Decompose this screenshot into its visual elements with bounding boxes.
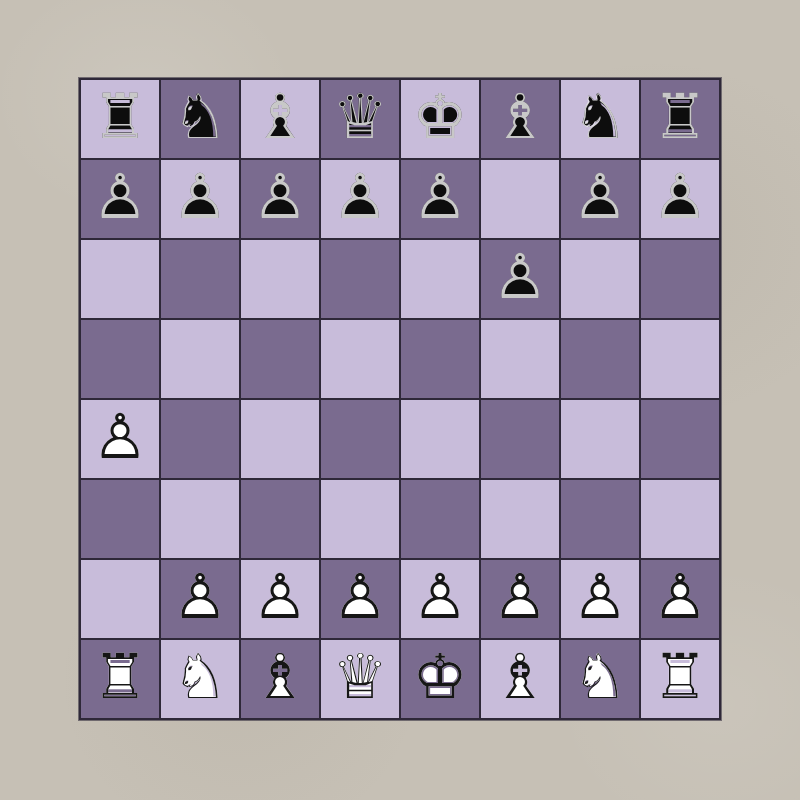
square-c4[interactable]	[241, 400, 319, 478]
square-c5[interactable]	[241, 320, 319, 398]
white-pawn[interactable]: ♟♙	[403, 562, 477, 636]
square-a6[interactable]	[81, 240, 159, 318]
square-b7[interactable]: ♟♙	[161, 160, 239, 238]
square-h7[interactable]: ♟♙	[641, 160, 719, 238]
square-c3[interactable]	[241, 480, 319, 558]
square-b3[interactable]	[161, 480, 239, 558]
square-a5[interactable]	[81, 320, 159, 398]
black-rook-outline: ♖	[643, 82, 717, 156]
black-pawn[interactable]: ♟♙	[483, 242, 557, 316]
square-d4[interactable]	[321, 400, 399, 478]
square-g3[interactable]	[561, 480, 639, 558]
square-f5[interactable]	[481, 320, 559, 398]
square-b1[interactable]: ♞♘	[161, 640, 239, 718]
black-pawn[interactable]: ♟♙	[83, 162, 157, 236]
square-d2[interactable]: ♟♙	[321, 560, 399, 638]
square-b4[interactable]	[161, 400, 239, 478]
black-pawn[interactable]: ♟♙	[563, 162, 637, 236]
black-pawn-outline: ♙	[243, 162, 317, 236]
square-c1[interactable]: ♝♗	[241, 640, 319, 718]
square-h2[interactable]: ♟♙	[641, 560, 719, 638]
black-queen-outline: ♕	[323, 82, 397, 156]
square-d6[interactable]	[321, 240, 399, 318]
square-a7[interactable]: ♟♙	[81, 160, 159, 238]
white-rook-outline: ♖	[643, 642, 717, 716]
black-pawn-outline: ♙	[403, 162, 477, 236]
black-pawn-outline: ♙	[483, 242, 557, 316]
square-f1[interactable]: ♝♗	[481, 640, 559, 718]
white-bishop[interactable]: ♝♗	[483, 642, 557, 716]
black-pawn-outline: ♙	[83, 162, 157, 236]
black-rook-outline: ♖	[83, 82, 157, 156]
square-e3[interactable]	[401, 480, 479, 558]
square-e2[interactable]: ♟♙	[401, 560, 479, 638]
square-h4[interactable]	[641, 400, 719, 478]
square-c8[interactable]: ♝♗	[241, 80, 319, 158]
square-e4[interactable]	[401, 400, 479, 478]
black-queen[interactable]: ♛♕	[323, 82, 397, 156]
black-bishop[interactable]: ♝♗	[483, 82, 557, 156]
white-pawn-outline: ♙	[243, 562, 317, 636]
black-knight-outline: ♘	[163, 82, 237, 156]
white-pawn-outline: ♙	[403, 562, 477, 636]
black-pawn-outline: ♙	[643, 162, 717, 236]
black-rook[interactable]: ♜♖	[643, 82, 717, 156]
square-f7[interactable]	[481, 160, 559, 238]
square-g7[interactable]: ♟♙	[561, 160, 639, 238]
white-rook[interactable]: ♜♖	[83, 642, 157, 716]
square-g5[interactable]	[561, 320, 639, 398]
black-pawn-outline: ♙	[323, 162, 397, 236]
white-pawn-outline: ♙	[563, 562, 637, 636]
white-queen[interactable]: ♛♕	[323, 642, 397, 716]
square-a1[interactable]: ♜♖	[81, 640, 159, 718]
white-pawn[interactable]: ♟♙	[243, 562, 317, 636]
square-h6[interactable]	[641, 240, 719, 318]
black-king[interactable]: ♚♔	[403, 82, 477, 156]
square-g2[interactable]: ♟♙	[561, 560, 639, 638]
white-pawn[interactable]: ♟♙	[323, 562, 397, 636]
square-b5[interactable]	[161, 320, 239, 398]
square-h3[interactable]	[641, 480, 719, 558]
square-b2[interactable]: ♟♙	[161, 560, 239, 638]
black-bishop-outline: ♗	[243, 82, 317, 156]
black-pawn[interactable]: ♟♙	[403, 162, 477, 236]
white-pawn-outline: ♙	[323, 562, 397, 636]
white-king-outline: ♔	[403, 642, 477, 716]
square-d8[interactable]: ♛♕	[321, 80, 399, 158]
square-f4[interactable]	[481, 400, 559, 478]
white-pawn[interactable]: ♟♙	[83, 402, 157, 476]
square-a3[interactable]	[81, 480, 159, 558]
black-pawn[interactable]: ♟♙	[643, 162, 717, 236]
square-e6[interactable]	[401, 240, 479, 318]
square-h1[interactable]: ♜♖	[641, 640, 719, 718]
black-pawn[interactable]: ♟♙	[163, 162, 237, 236]
square-h8[interactable]: ♜♖	[641, 80, 719, 158]
square-e5[interactable]	[401, 320, 479, 398]
black-pawn-outline: ♙	[563, 162, 637, 236]
white-pawn[interactable]: ♟♙	[563, 562, 637, 636]
square-a4[interactable]: ♟♙	[81, 400, 159, 478]
white-pawn-outline: ♙	[83, 402, 157, 476]
white-pawn-outline: ♙	[483, 562, 557, 636]
square-g8[interactable]: ♞♘	[561, 80, 639, 158]
square-g1[interactable]: ♞♘	[561, 640, 639, 718]
white-knight-outline: ♘	[563, 642, 637, 716]
black-rook[interactable]: ♜♖	[83, 82, 157, 156]
square-f8[interactable]: ♝♗	[481, 80, 559, 158]
white-pawn-outline: ♙	[163, 562, 237, 636]
square-d7[interactable]: ♟♙	[321, 160, 399, 238]
square-c7[interactable]: ♟♙	[241, 160, 319, 238]
white-bishop[interactable]: ♝♗	[243, 642, 317, 716]
black-king-outline: ♔	[403, 82, 477, 156]
square-d5[interactable]	[321, 320, 399, 398]
square-h5[interactable]	[641, 320, 719, 398]
black-knight[interactable]: ♞♘	[563, 82, 637, 156]
square-e1[interactable]: ♚♔	[401, 640, 479, 718]
square-e8[interactable]: ♚♔	[401, 80, 479, 158]
white-rook[interactable]: ♜♖	[643, 642, 717, 716]
black-knight[interactable]: ♞♘	[163, 82, 237, 156]
white-pawn-outline: ♙	[643, 562, 717, 636]
square-d3[interactable]	[321, 480, 399, 558]
white-pawn[interactable]: ♟♙	[163, 562, 237, 636]
square-a8[interactable]: ♜♖	[81, 80, 159, 158]
black-pawn[interactable]: ♟♙	[243, 162, 317, 236]
square-d1[interactable]: ♛♕	[321, 640, 399, 718]
square-g6[interactable]	[561, 240, 639, 318]
square-f3[interactable]	[481, 480, 559, 558]
square-a2[interactable]	[81, 560, 159, 638]
black-bishop[interactable]: ♝♗	[243, 82, 317, 156]
white-king[interactable]: ♚♔	[403, 642, 477, 716]
white-pawn[interactable]: ♟♙	[483, 562, 557, 636]
square-f2[interactable]: ♟♙	[481, 560, 559, 638]
black-pawn[interactable]: ♟♙	[323, 162, 397, 236]
square-e7[interactable]: ♟♙	[401, 160, 479, 238]
white-knight-outline: ♘	[163, 642, 237, 716]
white-pawn[interactable]: ♟♙	[643, 562, 717, 636]
white-rook-outline: ♖	[83, 642, 157, 716]
black-pawn-outline: ♙	[163, 162, 237, 236]
chess-board: ♜♖♞♘♝♗♛♕♚♔♝♗♞♘♜♖♟♙♟♙♟♙♟♙♟♙♟♙♟♙♟♙♟♙♟♙♟♙♟♙…	[79, 78, 721, 720]
square-b6[interactable]	[161, 240, 239, 318]
white-knight[interactable]: ♞♘	[563, 642, 637, 716]
black-bishop-outline: ♗	[483, 82, 557, 156]
white-bishop-outline: ♗	[483, 642, 557, 716]
white-queen-outline: ♕	[323, 642, 397, 716]
white-bishop-outline: ♗	[243, 642, 317, 716]
square-f6[interactable]: ♟♙	[481, 240, 559, 318]
square-b8[interactable]: ♞♘	[161, 80, 239, 158]
square-c2[interactable]: ♟♙	[241, 560, 319, 638]
square-c6[interactable]	[241, 240, 319, 318]
black-knight-outline: ♘	[563, 82, 637, 156]
square-g4[interactable]	[561, 400, 639, 478]
white-knight[interactable]: ♞♘	[163, 642, 237, 716]
